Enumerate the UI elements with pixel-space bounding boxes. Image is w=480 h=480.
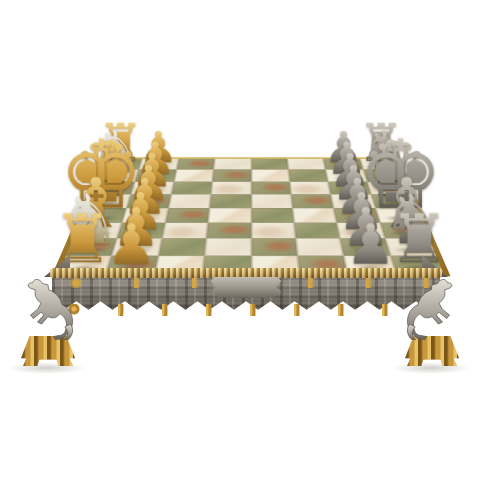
square-g4[interactable] xyxy=(205,239,250,256)
square-d4[interactable] xyxy=(210,195,250,208)
front-left-leg xyxy=(12,276,84,368)
sculpted-base xyxy=(50,268,442,316)
square-a3[interactable] xyxy=(177,159,215,170)
square-b4[interactable] xyxy=(213,170,251,182)
square-d5[interactable] xyxy=(251,195,291,208)
board-rim-molding xyxy=(50,268,442,278)
square-g6[interactable] xyxy=(296,239,343,256)
square-f4[interactable] xyxy=(207,223,251,238)
square-e4[interactable] xyxy=(209,208,251,222)
square-b3[interactable] xyxy=(174,170,213,182)
frieze-scroll-motif xyxy=(211,277,282,298)
chess-board[interactable]: ♜♟♟♜♞♟♟♞♝♟♟♝♛♟♟♛♚♟♟♚♝♟♟♝♞♟♟♞♜♟♟♜ xyxy=(51,157,450,276)
square-e3[interactable] xyxy=(166,208,209,222)
square-a6[interactable] xyxy=(288,159,326,170)
square-e6[interactable] xyxy=(293,208,336,222)
front-right-leg xyxy=(396,276,468,368)
frieze-rosettes xyxy=(52,304,440,316)
square-f5[interactable] xyxy=(252,223,296,238)
square-b6[interactable] xyxy=(289,170,328,182)
square-c3[interactable] xyxy=(172,182,212,194)
rearing-horse-icon xyxy=(404,276,460,340)
square-d3[interactable] xyxy=(169,195,211,208)
gold-pedestal xyxy=(405,336,459,366)
square-a4[interactable] xyxy=(214,159,250,170)
piece-black-rook[interactable]: ♜ xyxy=(389,208,449,272)
square-f3[interactable] xyxy=(162,223,207,238)
square-g5[interactable] xyxy=(252,239,297,256)
square-d6[interactable] xyxy=(291,195,333,208)
square-g3[interactable] xyxy=(159,239,206,256)
piece-white-pawn[interactable]: ♟ xyxy=(106,219,156,272)
piece-white-rook[interactable]: ♜ xyxy=(53,208,113,272)
square-c4[interactable] xyxy=(212,182,251,194)
chess-set-photo: ♜♟♟♜♞♟♟♞♝♟♟♝♛♟♟♛♚♟♟♚♝♟♟♝♞♟♟♞♜♟♟♜ xyxy=(0,0,480,480)
rearing-horse-icon xyxy=(20,276,76,340)
gold-pedestal xyxy=(21,336,75,366)
square-f6[interactable] xyxy=(294,223,339,238)
square-b5[interactable] xyxy=(251,170,289,182)
board-perspective-wrap: ♜♟♟♜♞♟♟♞♝♟♟♝♛♟♟♛♚♟♟♚♝♟♟♝♞♟♟♞♜♟♟♜ xyxy=(81,38,421,378)
square-a5[interactable] xyxy=(251,159,287,170)
square-e5[interactable] xyxy=(252,208,294,222)
square-c5[interactable] xyxy=(251,182,290,194)
square-c6[interactable] xyxy=(290,182,330,194)
